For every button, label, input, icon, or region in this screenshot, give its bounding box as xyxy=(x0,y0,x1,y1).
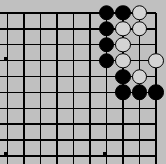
intersection-K14[interactable] xyxy=(0,84,16,100)
intersection-Q17[interactable]: ● xyxy=(98,37,115,53)
intersection-K13[interactable] xyxy=(0,100,16,116)
intersection-O10[interactable] xyxy=(65,148,82,164)
intersection-M18[interactable] xyxy=(32,21,49,37)
intersection-Q15[interactable] xyxy=(98,69,115,85)
intersection-O18[interactable] xyxy=(65,21,82,37)
intersection-T19[interactable] xyxy=(148,5,165,21)
black-stone: ● xyxy=(99,37,115,53)
intersection-R16[interactable]: ○ xyxy=(115,53,132,69)
intersection-T16[interactable]: ○ xyxy=(148,53,165,69)
intersection-N10[interactable] xyxy=(49,148,66,164)
white-stone: ○ xyxy=(115,21,131,37)
intersection-M10[interactable] xyxy=(32,148,49,164)
intersection-P13[interactable] xyxy=(82,100,99,116)
intersection-P10[interactable] xyxy=(82,148,99,164)
intersection-S18[interactable]: ○ xyxy=(131,21,148,37)
intersection-O13[interactable] xyxy=(65,100,82,116)
intersection-L18[interactable] xyxy=(16,21,33,37)
intersection-Q14[interactable] xyxy=(98,84,115,100)
intersection-N12[interactable] xyxy=(49,116,66,132)
intersection-L13[interactable] xyxy=(16,100,33,116)
black-stone: ● xyxy=(132,85,148,101)
intersection-R18[interactable]: ○ xyxy=(115,21,132,37)
intersection-T13[interactable] xyxy=(148,100,165,116)
intersection-L16[interactable] xyxy=(16,53,33,69)
intersection-N19[interactable] xyxy=(49,5,66,21)
white-stone: ○ xyxy=(132,5,148,21)
intersection-M17[interactable] xyxy=(32,37,49,53)
intersection-O12[interactable] xyxy=(65,116,82,132)
intersection-R14[interactable]: ● xyxy=(115,84,132,100)
intersection-P19[interactable] xyxy=(82,5,99,21)
white-stone: ○ xyxy=(132,21,148,37)
intersection-T12[interactable] xyxy=(148,116,165,132)
intersection-L14[interactable] xyxy=(16,84,33,100)
intersection-M16[interactable] xyxy=(32,53,49,69)
intersection-M12[interactable] xyxy=(32,116,49,132)
white-stone: ○ xyxy=(115,37,131,53)
intersection-T15[interactable] xyxy=(148,69,165,85)
intersection-M14[interactable] xyxy=(32,84,49,100)
intersection-R17[interactable]: ○ xyxy=(115,37,132,53)
intersection-R12[interactable] xyxy=(115,116,132,132)
intersection-N16[interactable] xyxy=(49,53,66,69)
black-stone: ● xyxy=(115,85,131,101)
black-stone: ● xyxy=(99,53,115,69)
intersection-T11[interactable] xyxy=(148,132,165,148)
intersection-Q18[interactable]: ● xyxy=(98,21,115,37)
intersection-Q16[interactable]: ● xyxy=(98,53,115,69)
intersection-S12[interactable] xyxy=(131,116,148,132)
intersection-P16[interactable] xyxy=(82,53,99,69)
intersection-Q10[interactable] xyxy=(98,148,115,164)
intersection-N13[interactable] xyxy=(49,100,66,116)
intersection-N17[interactable] xyxy=(49,37,66,53)
intersection-M13[interactable] xyxy=(32,100,49,116)
intersection-S17[interactable] xyxy=(131,37,148,53)
black-stone: ● xyxy=(115,5,131,21)
intersection-K16[interactable] xyxy=(0,53,16,69)
go-diagram: ●●○●○○●○●○○●○●●● xyxy=(0,0,166,164)
intersection-L17[interactable] xyxy=(16,37,33,53)
white-stone: ○ xyxy=(115,53,131,69)
intersection-K11[interactable] xyxy=(0,132,16,148)
intersection-M19[interactable] xyxy=(32,5,49,21)
intersection-Q13[interactable] xyxy=(98,100,115,116)
intersection-L19[interactable] xyxy=(16,5,33,21)
intersection-P12[interactable] xyxy=(82,116,99,132)
intersection-T17[interactable] xyxy=(148,37,165,53)
black-stone: ● xyxy=(148,85,164,101)
intersection-S11[interactable] xyxy=(131,132,148,148)
intersection-N11[interactable] xyxy=(49,132,66,148)
intersection-M15[interactable] xyxy=(32,69,49,85)
intersection-R11[interactable] xyxy=(115,132,132,148)
intersection-T18[interactable] xyxy=(148,21,165,37)
intersection-R15[interactable]: ● xyxy=(115,69,132,85)
intersection-O15[interactable] xyxy=(65,69,82,85)
intersection-Q11[interactable] xyxy=(98,132,115,148)
intersection-Q19[interactable]: ● xyxy=(98,5,115,21)
intersection-O16[interactable] xyxy=(65,53,82,69)
white-stone: ○ xyxy=(148,53,164,69)
star-point-marker xyxy=(103,152,107,156)
intersection-T10[interactable] xyxy=(148,148,165,164)
intersection-T14[interactable]: ● xyxy=(148,84,165,100)
intersection-L15[interactable] xyxy=(16,69,33,85)
intersection-N18[interactable] xyxy=(49,21,66,37)
intersection-S13[interactable] xyxy=(131,100,148,116)
intersection-N14[interactable] xyxy=(49,84,66,100)
intersection-M11[interactable] xyxy=(32,132,49,148)
intersection-S14[interactable]: ● xyxy=(131,84,148,100)
intersection-P14[interactable] xyxy=(82,84,99,100)
intersection-K10[interactable] xyxy=(0,148,16,164)
intersection-L12[interactable] xyxy=(16,116,33,132)
black-stone: ● xyxy=(99,21,115,37)
intersection-K12[interactable] xyxy=(0,116,16,132)
intersection-S10[interactable] xyxy=(131,148,148,164)
star-point-marker xyxy=(4,57,8,61)
intersection-K17[interactable] xyxy=(0,37,16,53)
white-stone: ○ xyxy=(132,69,148,85)
black-stone: ● xyxy=(115,69,131,85)
intersection-O19[interactable] xyxy=(65,5,82,21)
intersection-S19[interactable]: ○ xyxy=(131,5,148,21)
intersection-R10[interactable] xyxy=(115,148,132,164)
intersection-R13[interactable] xyxy=(115,100,132,116)
intersection-K18[interactable] xyxy=(0,21,16,37)
intersection-O17[interactable] xyxy=(65,37,82,53)
intersection-P11[interactable] xyxy=(82,132,99,148)
intersection-O14[interactable] xyxy=(65,84,82,100)
intersection-P15[interactable] xyxy=(82,69,99,85)
intersection-S16[interactable] xyxy=(131,53,148,69)
intersection-Q12[interactable] xyxy=(98,116,115,132)
intersection-P17[interactable] xyxy=(82,37,99,53)
intersection-O11[interactable] xyxy=(65,132,82,148)
intersection-L10[interactable] xyxy=(16,148,33,164)
intersection-R19[interactable]: ● xyxy=(115,5,132,21)
intersection-L11[interactable] xyxy=(16,132,33,148)
intersection-K15[interactable] xyxy=(0,69,16,85)
intersection-P18[interactable] xyxy=(82,21,99,37)
intersection-S15[interactable]: ○ xyxy=(131,69,148,85)
go-board: ●●○●○○●○●○○●○●●● xyxy=(0,5,164,164)
intersection-K19[interactable] xyxy=(0,5,16,21)
star-point-marker xyxy=(4,152,8,156)
black-stone: ● xyxy=(99,5,115,21)
intersection-N15[interactable] xyxy=(49,69,66,85)
